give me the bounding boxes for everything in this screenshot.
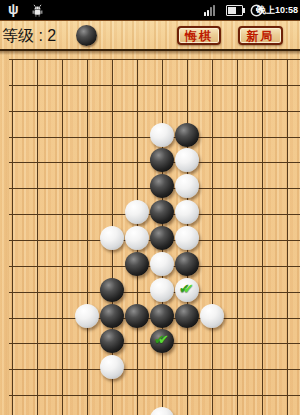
usb-icon: ψ xyxy=(8,1,19,17)
gomoku-board[interactable]: ✔✔✔✔ xyxy=(0,51,300,415)
android-status-bar: ψ 晚上10:58 xyxy=(0,0,300,20)
stone-black: ✔✔ xyxy=(150,329,174,353)
stone-white: ✔✔ xyxy=(175,278,199,302)
stone-white xyxy=(125,200,149,224)
grid-hline xyxy=(9,111,300,112)
grid-hline xyxy=(9,395,300,396)
stone-white xyxy=(150,407,174,415)
stone-white xyxy=(100,355,124,379)
grid-vline xyxy=(212,59,213,415)
stone-black xyxy=(100,278,124,302)
last-move-check-icon: ✔✔ xyxy=(179,281,195,297)
stone-black xyxy=(125,252,149,276)
stone-black xyxy=(125,304,149,328)
player-stone-icon xyxy=(76,25,97,46)
grid-hline xyxy=(9,85,300,86)
board-left-margin xyxy=(0,51,9,415)
grid-vline xyxy=(262,59,263,415)
grid-vline xyxy=(87,59,88,415)
app-screen: ψ 晚上10:58 等级 : 2 xyxy=(0,0,300,415)
stone-white xyxy=(100,226,124,250)
stone-black xyxy=(150,200,174,224)
stone-white xyxy=(175,226,199,250)
stone-black xyxy=(175,304,199,328)
stone-white xyxy=(125,226,149,250)
stone-white xyxy=(150,278,174,302)
stone-white xyxy=(175,174,199,198)
grid-hline xyxy=(9,369,300,370)
stone-black xyxy=(150,304,174,328)
grid-vline xyxy=(287,59,288,415)
stone-black xyxy=(150,148,174,172)
new-game-button[interactable]: 新局 xyxy=(238,26,283,45)
stone-black xyxy=(100,304,124,328)
last-move-check-icon: ✔✔ xyxy=(154,332,170,348)
signal-strength-icon xyxy=(204,5,215,16)
stone-black xyxy=(100,329,124,353)
grid-vline xyxy=(12,59,13,415)
grid-vline xyxy=(237,59,238,415)
stone-black xyxy=(175,123,199,147)
grid-hline xyxy=(9,59,300,60)
stone-white xyxy=(75,304,99,328)
stone-black xyxy=(150,226,174,250)
undo-move-button[interactable]: 悔棋 xyxy=(177,26,221,45)
stone-white xyxy=(200,304,224,328)
stone-white xyxy=(175,200,199,224)
game-header-bar: 等级 : 2 悔棋 新局 xyxy=(0,20,300,51)
stone-white xyxy=(175,148,199,172)
status-time: 晚上10:58 xyxy=(257,4,298,17)
stone-black xyxy=(150,174,174,198)
stone-white xyxy=(150,252,174,276)
stone-black xyxy=(175,252,199,276)
grid-vline xyxy=(37,59,38,415)
stone-white xyxy=(150,123,174,147)
header-drop-shadow xyxy=(0,51,300,55)
level-label: 等级 : 2 xyxy=(2,21,56,50)
grid-vline xyxy=(62,59,63,415)
battery-icon xyxy=(226,5,243,16)
android-debug-icon xyxy=(31,3,44,21)
